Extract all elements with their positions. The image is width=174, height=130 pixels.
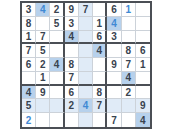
cell-r8c1[interactable]: 5 bbox=[22, 99, 36, 113]
cell-r7c4[interactable]: 6 bbox=[65, 86, 79, 100]
cell-r2c4[interactable]: 3 bbox=[65, 17, 79, 31]
cell-r1c6[interactable] bbox=[93, 3, 107, 17]
cell-r4c5[interactable] bbox=[79, 44, 93, 58]
cell-r4c6[interactable]: 4 bbox=[93, 44, 107, 58]
cell-r5c1[interactable]: 6 bbox=[22, 58, 36, 72]
cell-r8c6[interactable]: 7 bbox=[93, 99, 107, 113]
cell-r6c4[interactable]: 7 bbox=[65, 72, 79, 86]
cell-r4c8[interactable]: 8 bbox=[122, 44, 136, 58]
cell-r4c3[interactable] bbox=[50, 44, 64, 58]
cell-r8c2[interactable] bbox=[36, 99, 50, 113]
cell-r7c1[interactable]: 4 bbox=[22, 86, 36, 100]
cell-r2c6[interactable]: 1 bbox=[93, 17, 107, 31]
cell-r1c4[interactable]: 9 bbox=[65, 3, 79, 17]
cell-r6c5[interactable] bbox=[79, 72, 93, 86]
cell-r9c9[interactable]: 4 bbox=[136, 113, 150, 127]
cell-r1c2[interactable]: 4 bbox=[36, 3, 50, 17]
cell-r8c5[interactable]: 4 bbox=[79, 99, 93, 113]
cell-r9c6[interactable] bbox=[93, 113, 107, 127]
cell-r9c8[interactable] bbox=[122, 113, 136, 127]
cell-r9c7[interactable]: 7 bbox=[107, 113, 121, 127]
cell-r4c7[interactable] bbox=[107, 44, 121, 58]
cell-r8c7[interactable] bbox=[107, 99, 121, 113]
cell-r4c4[interactable] bbox=[65, 44, 79, 58]
cell-r6c3[interactable] bbox=[50, 72, 64, 86]
cell-r6c2[interactable]: 1 bbox=[36, 72, 50, 86]
cell-r8c9[interactable]: 9 bbox=[136, 99, 150, 113]
cell-r2c8[interactable] bbox=[122, 17, 136, 31]
sudoku-screen: 3429761853141746375486624897117449682524… bbox=[0, 0, 174, 130]
cell-r3c3[interactable] bbox=[50, 31, 64, 45]
cell-r6c1[interactable] bbox=[22, 72, 36, 86]
cell-r4c9[interactable]: 6 bbox=[136, 44, 150, 58]
cell-r2c3[interactable]: 5 bbox=[50, 17, 64, 31]
cell-r7c3[interactable] bbox=[50, 86, 64, 100]
cell-r6c9[interactable] bbox=[136, 72, 150, 86]
cell-r7c7[interactable] bbox=[107, 86, 121, 100]
cell-r5c6[interactable] bbox=[93, 58, 107, 72]
cell-r5c5[interactable] bbox=[79, 58, 93, 72]
cell-r9c1[interactable]: 2 bbox=[22, 113, 36, 127]
cell-r4c2[interactable]: 5 bbox=[36, 44, 50, 58]
cell-r6c7[interactable] bbox=[107, 72, 121, 86]
cell-r6c6[interactable] bbox=[93, 72, 107, 86]
cell-r3c5[interactable] bbox=[79, 31, 93, 45]
cell-r7c5[interactable] bbox=[79, 86, 93, 100]
cell-r2c2[interactable] bbox=[36, 17, 50, 31]
cell-r3c7[interactable]: 3 bbox=[107, 31, 121, 45]
cell-r6c8[interactable]: 4 bbox=[122, 72, 136, 86]
cell-r3c1[interactable]: 1 bbox=[22, 31, 36, 45]
cell-r2c5[interactable] bbox=[79, 17, 93, 31]
cell-r1c7[interactable]: 6 bbox=[107, 3, 121, 17]
cell-r8c8[interactable] bbox=[122, 99, 136, 113]
cell-r7c6[interactable]: 8 bbox=[93, 86, 107, 100]
cell-r3c6[interactable]: 6 bbox=[93, 31, 107, 45]
cell-r2c1[interactable]: 8 bbox=[22, 17, 36, 31]
cell-r2c7[interactable]: 4 bbox=[107, 17, 121, 31]
cell-r3c2[interactable]: 7 bbox=[36, 31, 50, 45]
cell-r5c9[interactable]: 1 bbox=[136, 58, 150, 72]
cell-r2c9[interactable] bbox=[136, 17, 150, 31]
cell-r4c1[interactable]: 7 bbox=[22, 44, 36, 58]
cell-r9c2[interactable] bbox=[36, 113, 50, 127]
cell-r7c2[interactable]: 9 bbox=[36, 86, 50, 100]
cell-r1c5[interactable]: 7 bbox=[79, 3, 93, 17]
cell-r7c9[interactable] bbox=[136, 86, 150, 100]
cell-r1c9[interactable] bbox=[136, 3, 150, 17]
cell-r9c4[interactable] bbox=[65, 113, 79, 127]
cell-r5c4[interactable]: 8 bbox=[65, 58, 79, 72]
cell-r9c3[interactable] bbox=[50, 113, 64, 127]
cell-r8c4[interactable]: 2 bbox=[65, 99, 79, 113]
cell-r3c4[interactable]: 4 bbox=[65, 31, 79, 45]
cell-r5c2[interactable]: 2 bbox=[36, 58, 50, 72]
cell-r1c3[interactable]: 2 bbox=[50, 3, 64, 17]
cell-r9c5[interactable] bbox=[79, 113, 93, 127]
sudoku-board: 3429761853141746375486624897117449682524… bbox=[20, 1, 152, 129]
cell-r8c3[interactable] bbox=[50, 99, 64, 113]
cell-r7c8[interactable]: 2 bbox=[122, 86, 136, 100]
cell-r5c3[interactable]: 4 bbox=[50, 58, 64, 72]
cell-r1c8[interactable]: 1 bbox=[122, 3, 136, 17]
cell-r5c7[interactable]: 9 bbox=[107, 58, 121, 72]
cell-r1c1[interactable]: 3 bbox=[22, 3, 36, 17]
cell-r5c8[interactable]: 7 bbox=[122, 58, 136, 72]
cell-r3c8[interactable] bbox=[122, 31, 136, 45]
cell-r3c9[interactable] bbox=[136, 31, 150, 45]
